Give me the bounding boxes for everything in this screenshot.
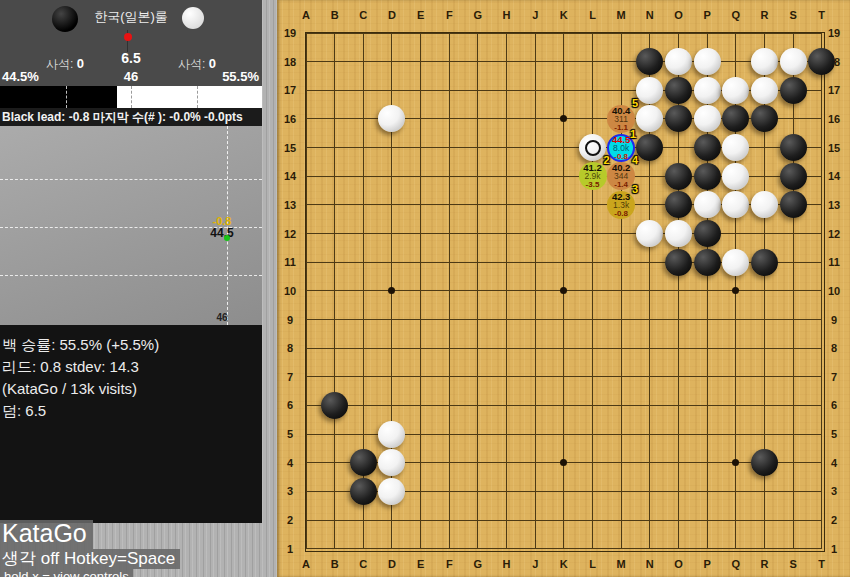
column-label: O xyxy=(674,9,683,21)
white-stone xyxy=(722,249,749,276)
row-label: 10 xyxy=(828,285,840,297)
column-label: M xyxy=(617,558,626,570)
column-label: A xyxy=(302,558,310,570)
column-label: E xyxy=(417,9,424,21)
row-label: 1 xyxy=(287,543,293,555)
black-stone xyxy=(665,249,692,276)
winrate-bar-black-portion xyxy=(0,86,117,108)
column-label: K xyxy=(560,558,568,570)
engine-info-panel: 백 승률: 55.5% (+5.5%) 리드: 0.8 stdev: 14.3 … xyxy=(0,325,262,523)
column-label: H xyxy=(503,9,511,21)
row-label: 5 xyxy=(831,428,837,440)
row-label: 11 xyxy=(828,256,840,268)
column-label: T xyxy=(818,558,825,570)
row-label: 14 xyxy=(284,170,296,182)
row-label: 12 xyxy=(828,228,840,240)
analysis-side-panel: 한국(일본)룰 6.5 사석: 0 사석: 0 44.5% 46 55.5% B… xyxy=(0,0,262,577)
black-stone xyxy=(694,134,721,161)
row-label: 10 xyxy=(284,285,296,297)
black-stone xyxy=(321,392,348,419)
row-label: 17 xyxy=(828,84,840,96)
engine-visits-line: (KataGo / 13k visits) xyxy=(2,378,262,400)
white-stone xyxy=(780,48,807,75)
row-label: 13 xyxy=(284,199,296,211)
last-move-marker xyxy=(585,140,601,156)
white-player-stone-icon xyxy=(182,7,204,29)
white-stone xyxy=(694,191,721,218)
column-label: S xyxy=(789,558,796,570)
column-label: F xyxy=(446,558,453,570)
row-label: 15 xyxy=(828,142,840,154)
column-label: N xyxy=(646,9,654,21)
row-label: 16 xyxy=(284,113,296,125)
rules-label: 한국(일본)룰 xyxy=(0,8,262,26)
winrate-labels-row: 44.5% 46 55.5% xyxy=(0,69,262,86)
overlay-order-badge: 4 xyxy=(632,154,638,166)
row-label: 2 xyxy=(831,514,837,526)
row-label: 6 xyxy=(831,399,837,411)
row-label: 9 xyxy=(831,314,837,326)
column-label: H xyxy=(503,558,511,570)
graph-winrate-label: 44.5 xyxy=(205,226,239,240)
column-label: N xyxy=(646,558,654,570)
column-label: D xyxy=(388,9,396,21)
black-player-stone-icon xyxy=(52,6,78,32)
analysis-overlay-M16[interactable]: 40.4311-1.15 xyxy=(607,105,635,133)
white-stone xyxy=(694,105,721,132)
row-label: 11 xyxy=(284,256,296,268)
katago-app-window: { "game": "go", "app": { "name": "KataGo… xyxy=(0,0,850,577)
column-label: K xyxy=(560,9,568,21)
column-label: A xyxy=(302,9,310,21)
row-label: 17 xyxy=(284,84,296,96)
controls-hint-label: hold x = view controls xyxy=(0,569,133,577)
overlay-order-badge: 3 xyxy=(632,183,638,195)
row-label: 7 xyxy=(831,371,837,383)
row-label: 14 xyxy=(828,170,840,182)
row-label: 3 xyxy=(831,485,837,497)
white-winrate-label: 55.5% xyxy=(222,69,259,84)
column-label: J xyxy=(532,9,538,21)
white-stone xyxy=(722,163,749,190)
row-label: 12 xyxy=(284,228,296,240)
black-stone xyxy=(751,249,778,276)
go-board[interactable]: AABBCCDDEEFFGGHHJJKKLLMMNNOOPPQQRRSSTT19… xyxy=(277,0,850,577)
app-title: KataGo xyxy=(0,520,93,549)
komi-marker-dot xyxy=(124,33,132,41)
row-label: 3 xyxy=(287,485,293,497)
black-stone xyxy=(694,249,721,276)
column-label: S xyxy=(789,9,796,21)
column-label: R xyxy=(760,9,768,21)
column-label: L xyxy=(589,558,596,570)
black-stone xyxy=(780,134,807,161)
black-stone xyxy=(665,163,692,190)
row-label: 2 xyxy=(287,514,293,526)
black-stone xyxy=(780,191,807,218)
white-stone xyxy=(751,77,778,104)
winrate-bar-tick xyxy=(66,86,67,108)
white-stone xyxy=(665,220,692,247)
row-label: 4 xyxy=(831,457,837,469)
white-stone xyxy=(579,134,606,161)
column-label: T xyxy=(818,9,825,21)
overlay-score-lead: -1.1 xyxy=(614,124,628,132)
game-header: 한국(일본)룰 6.5 사석: 0 사석: 0 44.5% 46 55.5% xyxy=(0,0,262,108)
column-label: F xyxy=(446,9,453,21)
row-label: 19 xyxy=(284,27,296,39)
white-stone xyxy=(378,421,405,448)
black-stone xyxy=(350,449,377,476)
row-label: 4 xyxy=(287,457,293,469)
graph-gridline xyxy=(0,275,262,276)
column-label: P xyxy=(703,558,710,570)
row-label: 1 xyxy=(831,543,837,555)
black-stone xyxy=(780,163,807,190)
komi-line-text: 덤: 6.5 xyxy=(2,400,262,422)
graph-gridline xyxy=(0,179,262,180)
black-stone xyxy=(694,220,721,247)
winrate-bar xyxy=(0,86,262,108)
thinking-status-label: 생각 off Hotkey=Space xyxy=(0,549,180,569)
row-label: 13 xyxy=(828,199,840,211)
row-label: 18 xyxy=(284,56,296,68)
white-stone xyxy=(694,48,721,75)
column-label: R xyxy=(760,558,768,570)
overlay-order-badge: 5 xyxy=(632,97,638,109)
white-stone xyxy=(636,77,663,104)
graph-current-dot xyxy=(224,235,230,241)
column-label: G xyxy=(474,9,483,21)
column-label: L xyxy=(589,9,596,21)
graph-move-axis-label: 46 xyxy=(206,312,238,323)
column-label: M xyxy=(617,9,626,21)
winrate-bar-tick xyxy=(131,86,132,108)
row-label: 5 xyxy=(287,428,293,440)
row-label: 16 xyxy=(828,113,840,125)
column-label: D xyxy=(388,558,396,570)
white-winrate-line: 백 승률: 55.5% (+5.5%) xyxy=(2,334,262,356)
column-label: C xyxy=(359,558,367,570)
row-label: 9 xyxy=(287,314,293,326)
white-stone xyxy=(694,77,721,104)
row-label: 8 xyxy=(831,342,837,354)
white-stone xyxy=(665,48,692,75)
column-label: B xyxy=(331,558,339,570)
column-label: Q xyxy=(731,9,740,21)
column-label: O xyxy=(674,558,683,570)
analysis-overlay-L14[interactable]: 41.22.9k-3.52 xyxy=(579,162,607,190)
row-label: 7 xyxy=(287,371,293,383)
black-stone xyxy=(694,163,721,190)
row-label: 15 xyxy=(284,142,296,154)
column-label: G xyxy=(474,558,483,570)
overlay-score-lead: -0.8 xyxy=(614,210,628,218)
column-label: Q xyxy=(731,558,740,570)
overlay-order-badge: 1 xyxy=(630,128,636,140)
row-label: 8 xyxy=(287,342,293,354)
column-label: C xyxy=(359,9,367,21)
lead-stdev-line: 리드: 0.8 stdev: 14.3 xyxy=(2,356,262,378)
column-label: B xyxy=(331,9,339,21)
black-stone xyxy=(665,77,692,104)
analysis-overlay-M13[interactable]: 42.31.3k-0.83 xyxy=(607,191,635,219)
column-label: E xyxy=(417,558,424,570)
row-label: 19 xyxy=(828,27,840,39)
overlay-score-lead: -1.4 xyxy=(614,181,628,189)
black-stone xyxy=(350,478,377,505)
winrate-graph[interactable]: -0.8 44.5 46 xyxy=(0,126,262,325)
overlay-order-badge: 2 xyxy=(603,154,609,166)
column-label: P xyxy=(703,9,710,21)
black-stone xyxy=(751,449,778,476)
winrate-bar-tick xyxy=(197,86,198,108)
overlay-score-lead: -0.8 xyxy=(614,153,628,161)
black-lead-statusbar: Black lead: -0.8 마지막 수(# ): -0.0% -0.0pt… xyxy=(0,108,262,126)
black-stone xyxy=(780,77,807,104)
column-label: J xyxy=(532,558,538,570)
row-label: 6 xyxy=(287,399,293,411)
overlay-score-lead: -3.5 xyxy=(586,181,600,189)
white-stone xyxy=(751,48,778,75)
white-stone xyxy=(722,77,749,104)
black-stone xyxy=(808,48,835,75)
analysis-overlay-M15[interactable]: 44.58.0k-0.81 xyxy=(607,134,635,162)
